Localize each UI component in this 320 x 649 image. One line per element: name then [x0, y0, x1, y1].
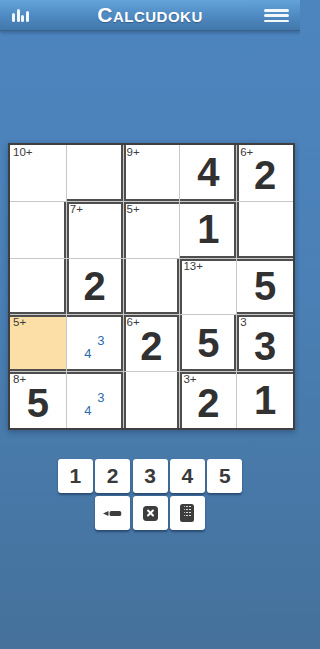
cage-label: 5+ — [13, 316, 26, 328]
key-2[interactable]: 2 — [95, 459, 130, 493]
cell-r0c0[interactable]: 10+ — [10, 145, 66, 201]
cell-value: 5 — [180, 315, 236, 371]
pencil-note: 3 — [97, 389, 104, 404]
cell-r4c1[interactable]: 34 — [67, 372, 123, 428]
bar-chart-icon[interactable] — [12, 8, 29, 22]
cage-label: 5+ — [127, 203, 140, 215]
cell-r2c0[interactable] — [10, 259, 66, 315]
pencil-note: 4 — [84, 402, 91, 417]
pencil-note: 3 — [97, 332, 104, 347]
cell-r1c3[interactable]: 1 — [180, 202, 236, 258]
cell-r1c0[interactable] — [10, 202, 66, 258]
calculator-button[interactable] — [170, 496, 205, 530]
cell-value: 2 — [180, 372, 236, 428]
cell-r0c3[interactable]: 4 — [180, 145, 236, 201]
cell-r1c1[interactable]: 7+ — [67, 202, 123, 258]
key-1[interactable]: 1 — [58, 459, 93, 493]
hamburger-line — [264, 9, 289, 12]
cell-r2c4[interactable]: 5 — [237, 259, 293, 315]
cage-label: 9+ — [127, 146, 140, 158]
cell-value: 5 — [10, 372, 66, 428]
bar-chart-bar — [26, 11, 29, 22]
cage-label: 10+ — [13, 146, 33, 158]
hamburger-line — [264, 14, 289, 17]
cell-r0c2[interactable]: 9+ — [124, 145, 180, 201]
cell-r2c3[interactable]: 13+ — [180, 259, 236, 315]
cell-r3c4[interactable]: 33 — [237, 315, 293, 371]
erase-button[interactable] — [133, 496, 168, 530]
bar-chart-bar — [17, 9, 20, 22]
cell-r3c0[interactable]: 5+ — [10, 315, 66, 371]
key-5[interactable]: 5 — [207, 459, 242, 493]
cell-value: 2 — [237, 145, 293, 201]
cell-value: 3 — [237, 315, 293, 371]
cell-r1c4[interactable] — [237, 202, 293, 258]
bar-chart-bar — [12, 13, 15, 22]
key-4[interactable]: 4 — [170, 459, 205, 493]
cell-r2c2[interactable] — [124, 259, 180, 315]
cell-value: 1 — [180, 202, 236, 258]
pencil-button[interactable] — [95, 496, 130, 530]
page-title: Calcudoku — [97, 0, 203, 30]
cell-r0c1[interactable] — [67, 145, 123, 201]
hamburger-line — [264, 20, 289, 23]
cell-value: 2 — [124, 315, 180, 371]
top-bar: Calcudoku — [0, 0, 300, 31]
cell-r4c2[interactable] — [124, 372, 180, 428]
bar-chart-bar — [21, 15, 24, 22]
puzzle-board: 10+9+46+27+5+1213+55+346+25338+5343+21 — [8, 143, 295, 430]
cell-r1c2[interactable]: 5+ — [124, 202, 180, 258]
cell-r3c3[interactable]: 5 — [180, 315, 236, 371]
hamburger-menu-icon[interactable] — [264, 9, 289, 22]
pencil-icon — [103, 510, 122, 517]
cell-r3c1[interactable]: 34 — [67, 315, 123, 371]
cell-value: 5 — [237, 259, 293, 315]
cell-r0c4[interactable]: 6+2 — [237, 145, 293, 201]
number-keypad: 1 2 3 4 5 — [0, 459, 300, 493]
key-3[interactable]: 3 — [133, 459, 168, 493]
cage-label: 13+ — [183, 260, 203, 272]
cell-r4c3[interactable]: 3+2 — [180, 372, 236, 428]
cell-value: 1 — [237, 372, 293, 428]
cell-r4c4[interactable]: 1 — [237, 372, 293, 428]
cell-r4c0[interactable]: 8+5 — [10, 372, 66, 428]
cage-label: 7+ — [70, 203, 83, 215]
x-square-icon — [143, 506, 158, 521]
cell-value: 4 — [180, 145, 236, 201]
cell-r3c2[interactable]: 6+2 — [124, 315, 180, 371]
cell-r2c1[interactable]: 2 — [67, 259, 123, 315]
calculator-icon — [180, 504, 194, 522]
pencil-note: 4 — [84, 345, 91, 360]
cell-value: 2 — [67, 259, 123, 315]
tool-keypad — [0, 496, 300, 530]
